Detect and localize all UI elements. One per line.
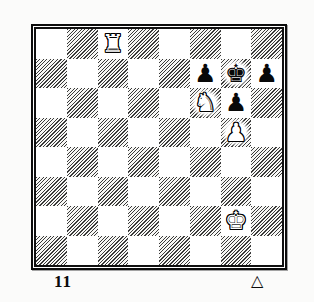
square-g1 bbox=[221, 236, 252, 266]
chess-board-inner-frame: ♜♟♚♟♞♟♟♚ bbox=[34, 27, 284, 267]
square-a5 bbox=[36, 118, 67, 148]
square-b4 bbox=[67, 147, 98, 177]
square-f7: ♟ bbox=[190, 59, 221, 89]
square-d7 bbox=[128, 59, 159, 89]
diagram-number: 11 bbox=[54, 272, 72, 292]
square-a1 bbox=[36, 236, 67, 266]
square-h7: ♟ bbox=[251, 59, 282, 89]
square-h1 bbox=[251, 236, 282, 266]
square-h2 bbox=[251, 206, 282, 236]
square-d4 bbox=[128, 147, 159, 177]
square-b7 bbox=[67, 59, 98, 89]
square-a6 bbox=[36, 88, 67, 118]
square-g8 bbox=[221, 29, 252, 59]
square-c8: ♜ bbox=[98, 29, 129, 59]
black-king: ♚ bbox=[221, 59, 252, 89]
square-d5 bbox=[128, 118, 159, 148]
square-h4 bbox=[251, 147, 282, 177]
square-g3 bbox=[221, 177, 252, 207]
square-e6 bbox=[159, 88, 190, 118]
square-a2 bbox=[36, 206, 67, 236]
square-e7 bbox=[159, 59, 190, 89]
square-c2 bbox=[98, 206, 129, 236]
white-to-move-triangle-icon: △ bbox=[251, 271, 263, 290]
square-f6: ♞ bbox=[190, 88, 221, 118]
square-c3 bbox=[98, 177, 129, 207]
square-c6 bbox=[98, 88, 129, 118]
square-h5 bbox=[251, 118, 282, 148]
square-e3 bbox=[159, 177, 190, 207]
square-b2 bbox=[67, 206, 98, 236]
white-pawn: ♟ bbox=[221, 118, 252, 148]
square-a4 bbox=[36, 147, 67, 177]
square-g5: ♟ bbox=[221, 118, 252, 148]
square-b3 bbox=[67, 177, 98, 207]
square-b5 bbox=[67, 118, 98, 148]
square-b6 bbox=[67, 88, 98, 118]
square-a3 bbox=[36, 177, 67, 207]
square-d8 bbox=[128, 29, 159, 59]
chess-board-frame: ♜♟♚♟♞♟♟♚ bbox=[31, 24, 287, 270]
square-f2 bbox=[190, 206, 221, 236]
square-d1 bbox=[128, 236, 159, 266]
square-f4 bbox=[190, 147, 221, 177]
white-rook: ♜ bbox=[98, 29, 129, 59]
square-f8 bbox=[190, 29, 221, 59]
square-h6 bbox=[251, 88, 282, 118]
square-a8 bbox=[36, 29, 67, 59]
square-d2 bbox=[128, 206, 159, 236]
square-c5 bbox=[98, 118, 129, 148]
square-g7: ♚ bbox=[221, 59, 252, 89]
square-b1 bbox=[67, 236, 98, 266]
white-knight: ♞ bbox=[190, 88, 221, 118]
square-g4 bbox=[221, 147, 252, 177]
square-c1 bbox=[98, 236, 129, 266]
square-f5 bbox=[190, 118, 221, 148]
white-king: ♚ bbox=[221, 206, 252, 236]
square-e4 bbox=[159, 147, 190, 177]
square-g2: ♚ bbox=[221, 206, 252, 236]
board: ♜♟♚♟♞♟♟♚ bbox=[36, 29, 282, 265]
square-d6 bbox=[128, 88, 159, 118]
square-d3 bbox=[128, 177, 159, 207]
square-e8 bbox=[159, 29, 190, 59]
square-a7 bbox=[36, 59, 67, 89]
square-e1 bbox=[159, 236, 190, 266]
chess-diagram-page: ♜♟♚♟♞♟♟♚ 11 △ bbox=[0, 0, 314, 302]
square-f1 bbox=[190, 236, 221, 266]
square-b8 bbox=[67, 29, 98, 59]
black-pawn: ♟ bbox=[221, 88, 252, 118]
square-g6: ♟ bbox=[221, 88, 252, 118]
square-f3 bbox=[190, 177, 221, 207]
square-h3 bbox=[251, 177, 282, 207]
square-e2 bbox=[159, 206, 190, 236]
black-pawn: ♟ bbox=[251, 59, 282, 89]
square-h8 bbox=[251, 29, 282, 59]
black-pawn: ♟ bbox=[190, 59, 221, 89]
square-c4 bbox=[98, 147, 129, 177]
square-e5 bbox=[159, 118, 190, 148]
square-c7 bbox=[98, 59, 129, 89]
